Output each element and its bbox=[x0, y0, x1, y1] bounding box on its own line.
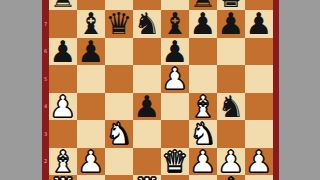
square-e1 bbox=[161, 175, 189, 180]
video-frame: 87654321 ♜♜♚♝♛♞♝♟♟♟♟♟♟♟♟♟♝♞♞♞♝♟♛♟♟♟♜♜♚ bbox=[0, 0, 320, 180]
white-pawn-f2: ♟ bbox=[190, 148, 217, 176]
square-d5 bbox=[133, 65, 161, 93]
square-b2: ♟ bbox=[77, 148, 105, 176]
white-king-g1: ♚ bbox=[218, 175, 245, 180]
white-queen-e2: ♛ bbox=[162, 148, 189, 176]
black-pawn-e6: ♟ bbox=[162, 38, 189, 66]
white-bishop-f4: ♝ bbox=[190, 93, 217, 121]
square-g1: ♚ bbox=[217, 175, 245, 180]
square-f6 bbox=[189, 38, 217, 66]
square-d4: ♟ bbox=[133, 93, 161, 121]
square-g3 bbox=[217, 120, 245, 148]
square-a5 bbox=[49, 65, 77, 93]
black-knight-g4: ♞ bbox=[218, 93, 245, 121]
white-knight-c3: ♞ bbox=[106, 120, 133, 148]
square-f4: ♝ bbox=[189, 93, 217, 121]
square-d8 bbox=[133, 0, 161, 10]
square-a1: ♜ bbox=[49, 175, 77, 180]
square-a8: ♜ bbox=[49, 0, 77, 10]
rank-labels: 87654321 bbox=[42, 0, 49, 180]
square-g6 bbox=[217, 38, 245, 66]
square-b1 bbox=[77, 175, 105, 180]
square-e5: ♟ bbox=[161, 65, 189, 93]
square-c2 bbox=[105, 148, 133, 176]
square-d1: ♜ bbox=[133, 175, 161, 180]
black-knight-d7: ♞ bbox=[134, 10, 161, 38]
square-a2: ♝ bbox=[49, 148, 77, 176]
chessboard: 87654321 ♜♜♚♝♛♞♝♟♟♟♟♟♟♟♟♟♝♞♞♞♝♟♛♟♟♟♜♜♚ bbox=[42, 0, 279, 180]
square-a6: ♟ bbox=[49, 38, 77, 66]
square-e7: ♝ bbox=[161, 10, 189, 38]
white-pawn-a4: ♟ bbox=[50, 93, 77, 121]
black-pawn-h7: ♟ bbox=[246, 10, 273, 38]
square-g7: ♟ bbox=[217, 10, 245, 38]
white-pawn-g2: ♟ bbox=[218, 148, 245, 176]
square-g2: ♟ bbox=[217, 148, 245, 176]
square-h3 bbox=[245, 120, 273, 148]
square-c6 bbox=[105, 38, 133, 66]
black-pawn-b6: ♟ bbox=[78, 38, 105, 66]
square-d2 bbox=[133, 148, 161, 176]
square-f2: ♟ bbox=[189, 148, 217, 176]
square-c4 bbox=[105, 93, 133, 121]
square-c5 bbox=[105, 65, 133, 93]
square-b6: ♟ bbox=[77, 38, 105, 66]
black-bishop-e7: ♝ bbox=[162, 10, 189, 38]
black-pawn-a6: ♟ bbox=[50, 38, 77, 66]
square-a4: ♟ bbox=[49, 93, 77, 121]
square-e4 bbox=[161, 93, 189, 121]
square-g5 bbox=[217, 65, 245, 93]
black-pawn-f7: ♟ bbox=[190, 10, 217, 38]
square-h7: ♟ bbox=[245, 10, 273, 38]
square-f5 bbox=[189, 65, 217, 93]
square-h1 bbox=[245, 175, 273, 180]
square-h5 bbox=[245, 65, 273, 93]
square-c1 bbox=[105, 175, 133, 180]
square-f3: ♞ bbox=[189, 120, 217, 148]
black-pawn-d4: ♟ bbox=[134, 93, 161, 121]
square-e8 bbox=[161, 0, 189, 10]
square-a7 bbox=[49, 10, 77, 38]
black-rook-f8: ♜ bbox=[190, 0, 217, 10]
black-king-g8: ♚ bbox=[218, 0, 245, 10]
square-c3: ♞ bbox=[105, 120, 133, 148]
black-bishop-b7: ♝ bbox=[78, 10, 105, 38]
square-h6 bbox=[245, 38, 273, 66]
square-g8: ♚ bbox=[217, 0, 245, 10]
square-h2: ♟ bbox=[245, 148, 273, 176]
square-e6: ♟ bbox=[161, 38, 189, 66]
square-h4 bbox=[245, 93, 273, 121]
square-b5 bbox=[77, 65, 105, 93]
white-pawn-b2: ♟ bbox=[78, 148, 105, 176]
square-f8: ♜ bbox=[189, 0, 217, 10]
black-queen-c7: ♛ bbox=[106, 10, 133, 38]
square-d7: ♞ bbox=[133, 10, 161, 38]
square-h8 bbox=[245, 0, 273, 10]
square-f7: ♟ bbox=[189, 10, 217, 38]
rank-label-4: 4 bbox=[42, 103, 49, 109]
square-d3 bbox=[133, 120, 161, 148]
white-pawn-h2: ♟ bbox=[246, 148, 273, 176]
square-c8 bbox=[105, 0, 133, 10]
square-a3 bbox=[49, 120, 77, 148]
square-b3 bbox=[77, 120, 105, 148]
square-b4 bbox=[77, 93, 105, 121]
board-grid: ♜♜♚♝♛♞♝♟♟♟♟♟♟♟♟♟♝♞♞♞♝♟♛♟♟♟♜♜♚ bbox=[49, 0, 273, 180]
rank-label-5: 5 bbox=[42, 76, 49, 82]
white-rook-a1: ♜ bbox=[50, 175, 77, 180]
square-f1 bbox=[189, 175, 217, 180]
white-bishop-a2: ♝ bbox=[50, 148, 77, 176]
black-pawn-g7: ♟ bbox=[218, 10, 245, 38]
white-rook-d1: ♜ bbox=[134, 175, 161, 180]
rank-label-6: 6 bbox=[42, 48, 49, 54]
rank-label-3: 3 bbox=[42, 131, 49, 137]
rank-label-7: 7 bbox=[42, 21, 49, 27]
square-d6 bbox=[133, 38, 161, 66]
white-pawn-e5: ♟ bbox=[162, 65, 189, 93]
square-e2: ♛ bbox=[161, 148, 189, 176]
rank-label-2: 2 bbox=[42, 158, 49, 164]
square-g4: ♞ bbox=[217, 93, 245, 121]
square-c7: ♛ bbox=[105, 10, 133, 38]
square-b8 bbox=[77, 0, 105, 10]
square-e3 bbox=[161, 120, 189, 148]
white-knight-f3: ♞ bbox=[190, 120, 217, 148]
black-rook-a8: ♜ bbox=[50, 0, 77, 10]
square-b7: ♝ bbox=[77, 10, 105, 38]
